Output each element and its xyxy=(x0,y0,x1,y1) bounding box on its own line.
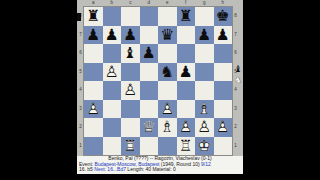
piece-black-pawn: ♟ xyxy=(177,63,196,82)
square-f2[interactable]: ♟♙ xyxy=(177,118,196,137)
square-b5[interactable]: ♟♙ xyxy=(103,63,122,82)
file-label-a: a xyxy=(84,0,103,6)
white-pawn-fill: ♟ xyxy=(158,100,177,119)
square-b4[interactable] xyxy=(103,81,122,100)
white-bishop-fill: ♝ xyxy=(195,100,214,119)
square-f8[interactable]: ♜ xyxy=(177,7,196,26)
square-g1[interactable]: ♚♔ xyxy=(195,137,214,156)
white-pawn-fill: ♟ xyxy=(121,81,140,100)
caption-text: Event: xyxy=(79,162,95,167)
square-d3[interactable] xyxy=(140,100,159,119)
square-a2[interactable] xyxy=(84,118,103,137)
caption-text: (1949, Round 10) xyxy=(159,162,201,167)
rank-label-6: 6 xyxy=(78,44,83,63)
white-king-fill: ♚ xyxy=(195,137,214,156)
square-e8[interactable] xyxy=(158,7,177,26)
square-a5[interactable] xyxy=(84,63,103,82)
square-b7[interactable]: ♟ xyxy=(103,26,122,45)
square-h2[interactable]: ♟♙ xyxy=(214,118,233,137)
square-e7[interactable]: ♛ xyxy=(158,26,177,45)
square-e3[interactable]: ♟♙ xyxy=(158,100,177,119)
square-e6[interactable] xyxy=(158,44,177,63)
square-c1[interactable]: ♜♖ xyxy=(121,137,140,156)
square-a6[interactable] xyxy=(84,44,103,63)
piece-white-king: ♔ xyxy=(195,137,214,156)
square-c5[interactable] xyxy=(121,63,140,82)
square-d7[interactable] xyxy=(140,26,159,45)
piece-white-pawn: ♙ xyxy=(84,100,103,119)
square-a7[interactable]: ♟ xyxy=(84,26,103,45)
square-f4[interactable] xyxy=(177,81,196,100)
white-pawn-fill: ♟ xyxy=(84,100,103,119)
piece-white-rook: ♖ xyxy=(121,137,140,156)
square-c3[interactable] xyxy=(121,100,140,119)
white-pawn-fill: ♟ xyxy=(195,118,214,137)
square-g3[interactable]: ♝♗ xyxy=(195,100,214,119)
square-d2[interactable]: ♛♕ xyxy=(140,118,159,137)
square-g6[interactable] xyxy=(195,44,214,63)
square-g2[interactable]: ♟♙ xyxy=(195,118,214,137)
black-to-move-indicator xyxy=(77,13,81,21)
square-a8[interactable]: ♜ xyxy=(84,7,103,26)
square-g5[interactable] xyxy=(195,63,214,82)
square-c6[interactable]: ♝ xyxy=(121,44,140,63)
piece-white-pawn: ♙ xyxy=(121,81,140,100)
white-pawn-fill: ♟ xyxy=(103,63,122,82)
square-h8[interactable]: ♚ xyxy=(214,7,233,26)
square-h5[interactable] xyxy=(214,63,233,82)
rank-label-7: 7 xyxy=(233,26,238,45)
white-pawn-fill: ♟ xyxy=(177,118,196,137)
caption-text: 16. b5 xyxy=(79,167,94,172)
square-d4[interactable] xyxy=(140,81,159,100)
square-d6[interactable]: ♟ xyxy=(140,44,159,63)
square-d5[interactable] xyxy=(140,63,159,82)
rank-label-5: 5 xyxy=(78,63,83,82)
piece-black-pawn: ♟ xyxy=(214,26,233,45)
rank-label-8: 8 xyxy=(233,7,238,26)
piece-white-pawn: ♙ xyxy=(103,63,122,82)
caption-link-text[interactable]: Next: 16...Bd7 xyxy=(94,167,126,172)
square-a1[interactable] xyxy=(84,137,103,156)
piece-black-rook: ♜ xyxy=(84,7,103,26)
square-b8[interactable] xyxy=(103,7,122,26)
caption-text: Length: 40 Material: 0 xyxy=(126,167,176,172)
white-bishop-fill: ♝ xyxy=(158,118,177,137)
piece-black-pawn: ♟ xyxy=(84,26,103,45)
file-label-h: h xyxy=(214,0,233,6)
rank-label-3: 3 xyxy=(233,100,238,119)
caption-link-text[interactable]: 9/12 xyxy=(201,162,211,167)
piece-white-pawn: ♙ xyxy=(195,118,214,137)
piece-black-knight: ♞ xyxy=(158,63,177,82)
captured-black-bishop-icon: ♝ xyxy=(233,64,243,75)
rank-label-2: 2 xyxy=(78,118,83,137)
piece-black-pawn: ♟ xyxy=(140,44,159,63)
square-c2[interactable] xyxy=(121,118,140,137)
square-f3[interactable] xyxy=(177,100,196,119)
square-h3[interactable] xyxy=(214,100,233,119)
square-g7[interactable]: ♟ xyxy=(195,26,214,45)
square-e2[interactable]: ♝♗ xyxy=(158,118,177,137)
white-rook-fill: ♜ xyxy=(177,137,196,156)
piece-white-bishop: ♗ xyxy=(158,118,177,137)
piece-black-bishop: ♝ xyxy=(121,44,140,63)
square-d1[interactable] xyxy=(140,137,159,156)
piece-white-rook: ♖ xyxy=(177,137,196,156)
rank-label-3: 3 xyxy=(78,100,83,119)
white-queen-fill: ♛ xyxy=(140,118,159,137)
chess-board: ♜♜♚♟♟♟♛♟♟♝♟♟♙♞♟♟♙♟♙♟♙♝♗♛♕♝♗♟♙♟♙♟♙♜♖♜♖♚♔ xyxy=(84,7,232,155)
square-a4[interactable] xyxy=(84,81,103,100)
game-info-caption: Benko, Pal (????) -- Ragozin, Viacheslav… xyxy=(77,156,243,174)
file-label-f: f xyxy=(177,0,196,6)
rank-label-6: 6 xyxy=(233,44,238,63)
square-h1[interactable] xyxy=(214,137,233,156)
moves-line: 16. b5 Next: 16...Bd7 Length: 40 Materia… xyxy=(77,167,243,173)
chess-program-window: abcdefgh abcdefgh 87654321 87654321 ♜♜♚♟… xyxy=(77,0,243,174)
caption-link-text[interactable]: Budapest-Moscow, Budapest xyxy=(95,162,160,167)
file-label-d: d xyxy=(140,0,159,6)
rank-labels-left: 87654321 xyxy=(78,7,83,155)
square-b2[interactable] xyxy=(103,118,122,137)
square-f6[interactable] xyxy=(177,44,196,63)
square-h6[interactable] xyxy=(214,44,233,63)
piece-black-pawn: ♟ xyxy=(121,26,140,45)
captured-white-knight-icon: ♞♘ xyxy=(233,75,243,86)
square-f1[interactable]: ♜♖ xyxy=(177,137,196,156)
piece-black-pawn: ♟ xyxy=(103,26,122,45)
square-b1[interactable] xyxy=(103,137,122,156)
square-d8[interactable] xyxy=(140,7,159,26)
file-label-c: c xyxy=(121,0,140,6)
square-g8[interactable] xyxy=(195,7,214,26)
square-b6[interactable] xyxy=(103,44,122,63)
rank-label-4: 4 xyxy=(78,81,83,100)
piece-black-rook: ♜ xyxy=(177,7,196,26)
square-c4[interactable]: ♟♙ xyxy=(121,81,140,100)
file-label-b: b xyxy=(103,0,122,6)
square-h7[interactable]: ♟ xyxy=(214,26,233,45)
file-label-e: e xyxy=(158,0,177,6)
square-e1[interactable] xyxy=(158,137,177,156)
file-labels-top: abcdefgh xyxy=(84,0,232,6)
piece-white-bishop: ♗ xyxy=(195,100,214,119)
square-c7[interactable]: ♟ xyxy=(121,26,140,45)
square-b3[interactable] xyxy=(103,100,122,119)
captured-pieces-tray: ♝♞♘ xyxy=(233,64,243,86)
piece-white-pawn: ♙ xyxy=(158,100,177,119)
piece-white-queen: ♕ xyxy=(140,118,159,137)
piece-white-pawn: ♙ xyxy=(177,118,196,137)
square-f7[interactable] xyxy=(177,26,196,45)
rank-label-2: 2 xyxy=(233,118,238,137)
rank-label-7: 7 xyxy=(78,26,83,45)
square-a3[interactable]: ♟♙ xyxy=(84,100,103,119)
piece-black-king: ♚ xyxy=(214,7,233,26)
rank-label-1: 1 xyxy=(233,137,238,156)
square-c8[interactable] xyxy=(121,7,140,26)
white-rook-fill: ♜ xyxy=(121,137,140,156)
square-e4[interactable] xyxy=(158,81,177,100)
white-pawn-fill: ♟ xyxy=(214,118,233,137)
piece-black-queen: ♛ xyxy=(158,26,177,45)
square-e5[interactable]: ♞ xyxy=(158,63,177,82)
piece-black-pawn: ♟ xyxy=(195,26,214,45)
file-label-g: g xyxy=(195,0,214,6)
square-f5[interactable]: ♟ xyxy=(177,63,196,82)
rank-label-1: 1 xyxy=(78,137,83,156)
square-h4[interactable] xyxy=(214,81,233,100)
square-g4[interactable] xyxy=(195,81,214,100)
piece-white-pawn: ♙ xyxy=(214,118,233,137)
video-frame: { "game": "chess", "position": { "fen": … xyxy=(0,0,320,180)
